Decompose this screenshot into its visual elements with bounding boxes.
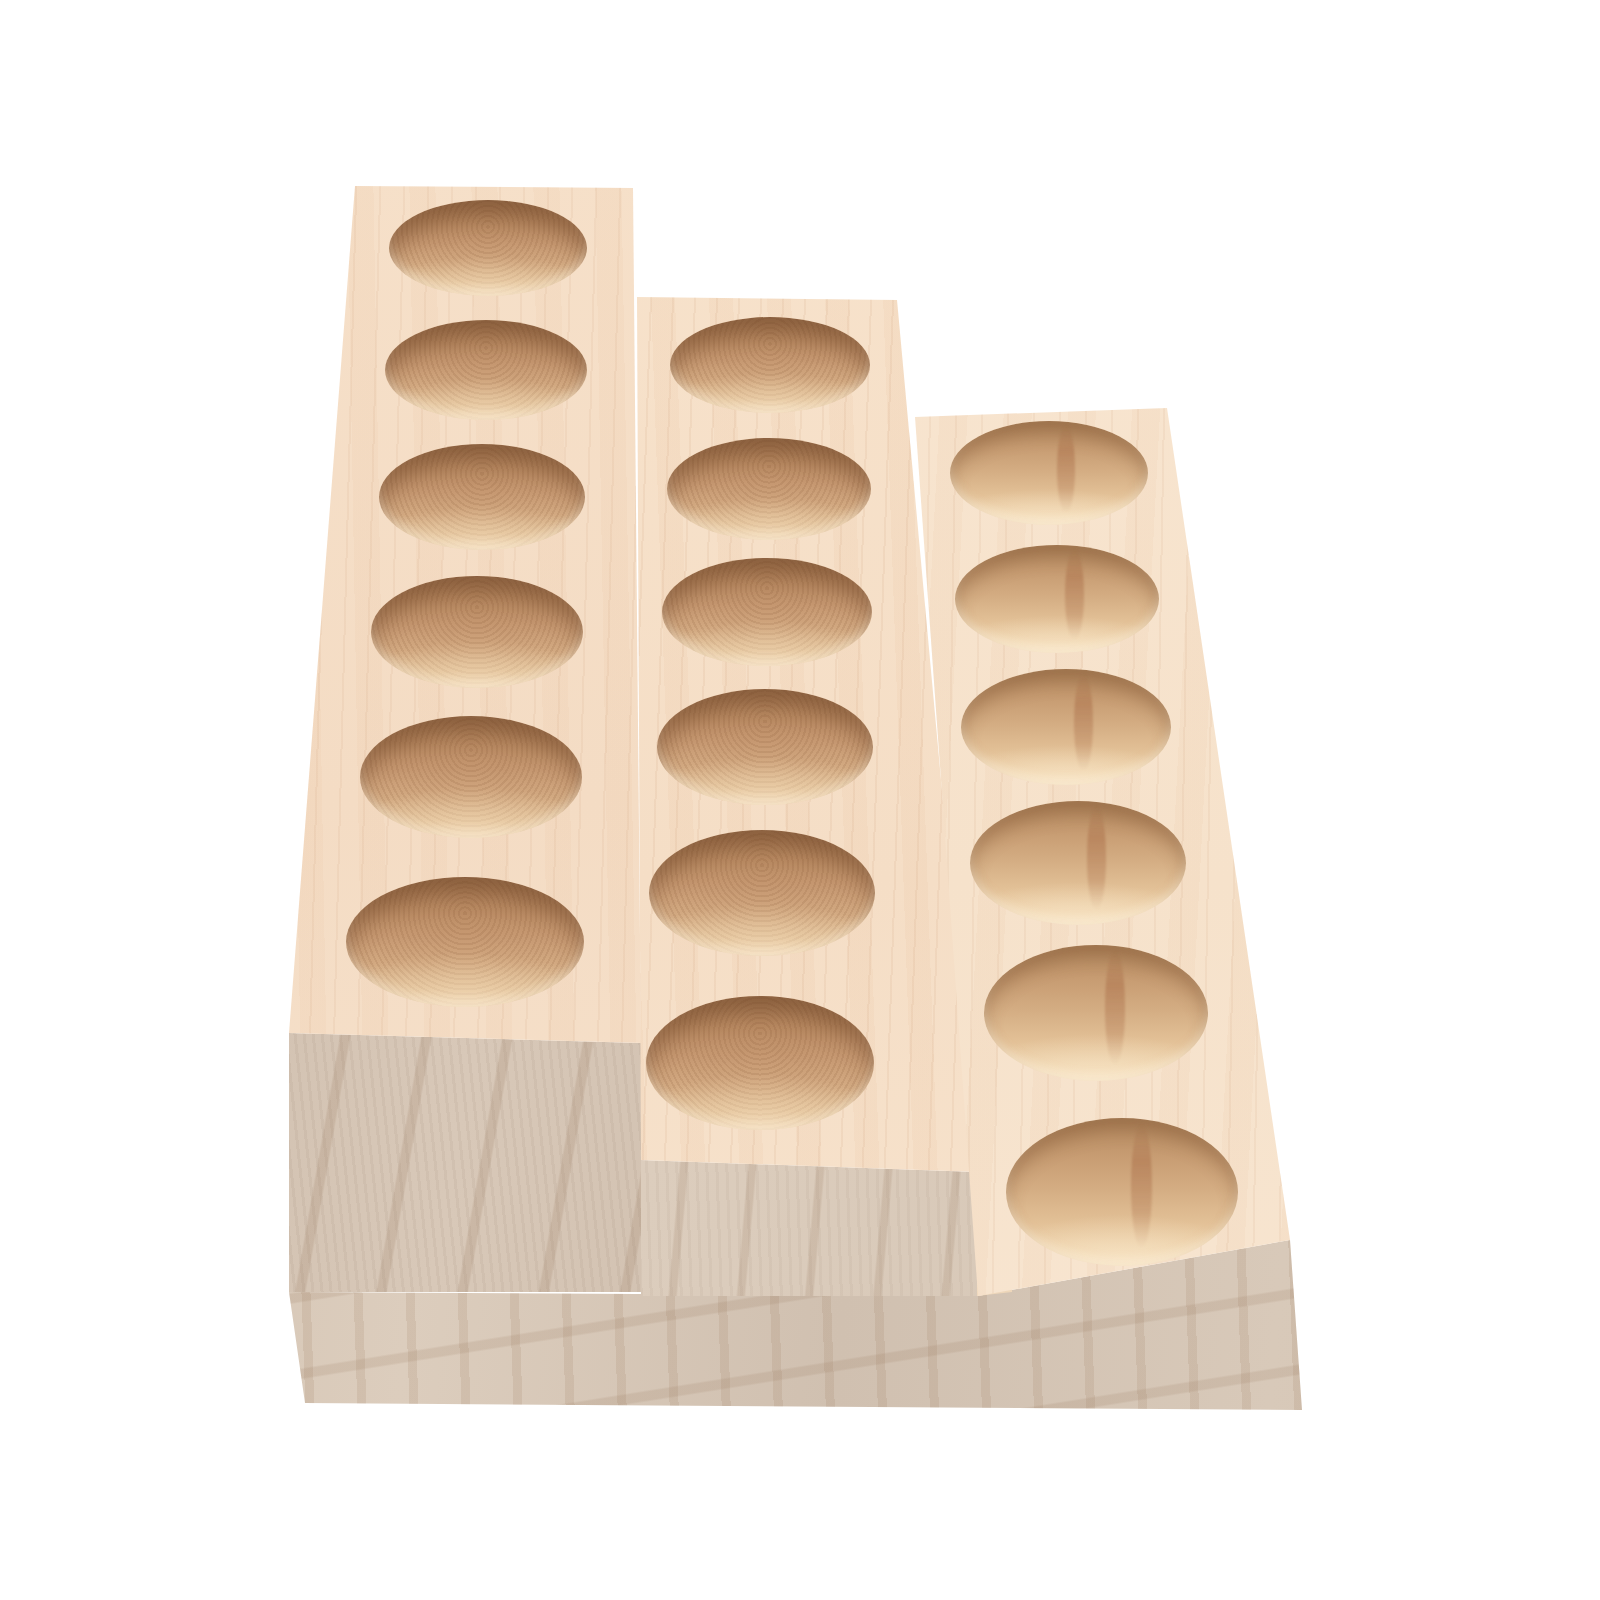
hole-tier-right-2 (955, 545, 1159, 653)
hole-tier-left-6 (346, 877, 584, 1007)
hole-tier-right-1 (950, 421, 1148, 525)
hole-tier-left-1 (389, 200, 587, 296)
hole-tier-middle-5 (649, 830, 875, 956)
hole-tier-middle-2 (667, 438, 871, 540)
hole-tier-left-5 (360, 716, 582, 838)
hole-tier-left-4 (371, 576, 583, 688)
hole-tier-middle-6 (646, 996, 874, 1130)
hole-tier-middle-1 (670, 317, 870, 413)
hole-tier-right-4 (970, 801, 1186, 925)
hole-tier-middle-4 (657, 689, 873, 805)
hole-tier-left-2 (385, 320, 587, 420)
hole-tier-right-3 (961, 669, 1171, 785)
hole-tier-right-6 (1006, 1118, 1238, 1266)
hole-tier-middle-3 (662, 558, 872, 666)
product-photo-stage (0, 0, 1600, 1600)
hole-tier-left-3 (379, 444, 585, 550)
hole-tier-right-5 (984, 945, 1208, 1081)
